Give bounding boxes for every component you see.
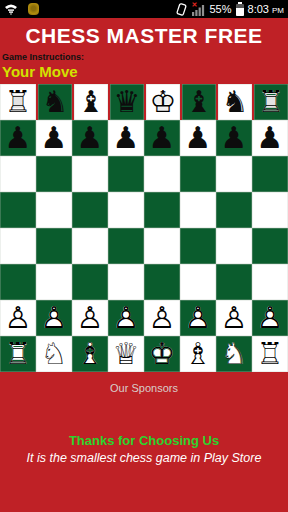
square-h7[interactable]: ♟ xyxy=(252,120,288,156)
black-pawn: ♟ xyxy=(252,120,288,156)
white-pawn: ♟♙ xyxy=(36,300,72,336)
square-g2[interactable]: ♟♙ xyxy=(216,300,252,336)
square-a7[interactable]: ♟ xyxy=(0,120,36,156)
page-title: CHESS MASTER FREE xyxy=(0,18,288,49)
square-e1[interactable]: ♚♔ xyxy=(144,336,180,372)
black-rook: ♜♖ xyxy=(0,84,36,120)
white-rook: ♜♖ xyxy=(0,336,36,372)
black-knight: ♞ xyxy=(38,84,72,120)
square-c5[interactable] xyxy=(72,192,108,228)
status-bar: ✕ 55% 8:03 PM xyxy=(0,0,288,18)
square-b1[interactable]: ♞♘ xyxy=(36,336,72,372)
black-pawn: ♟ xyxy=(180,120,216,156)
square-h3[interactable] xyxy=(252,264,288,300)
black-king: ♚♔ xyxy=(146,84,180,120)
white-knight: ♞♘ xyxy=(216,336,252,372)
square-h1[interactable]: ♜♖ xyxy=(252,336,288,372)
square-b6[interactable] xyxy=(36,156,72,192)
black-bishop: ♝ xyxy=(182,84,216,120)
white-pawn: ♟♙ xyxy=(0,300,36,336)
wifi-icon xyxy=(4,3,18,16)
square-c8[interactable]: ♝ xyxy=(72,84,108,120)
square-a2[interactable]: ♟♙ xyxy=(0,300,36,336)
square-b5[interactable] xyxy=(36,192,72,228)
square-h6[interactable] xyxy=(252,156,288,192)
square-f1[interactable]: ♝♗ xyxy=(180,336,216,372)
square-f5[interactable] xyxy=(180,192,216,228)
square-c4[interactable] xyxy=(72,228,108,264)
black-pawn: ♟ xyxy=(144,120,180,156)
black-rook: ♜♖ xyxy=(254,84,288,120)
chess-board[interactable]: ♜♖♞♝♛♚♔♝♞♜♖♟♟♟♟♟♟♟♟♟♙♟♙♟♙♟♙♟♙♟♙♟♙♟♙♜♖♞♘♝… xyxy=(0,84,288,372)
square-d8[interactable]: ♛ xyxy=(108,84,144,120)
square-f3[interactable] xyxy=(180,264,216,300)
square-c7[interactable]: ♟ xyxy=(72,120,108,156)
square-a5[interactable] xyxy=(0,192,36,228)
square-f4[interactable] xyxy=(180,228,216,264)
square-h4[interactable] xyxy=(252,228,288,264)
square-d5[interactable] xyxy=(108,192,144,228)
square-c3[interactable] xyxy=(72,264,108,300)
square-a3[interactable] xyxy=(0,264,36,300)
white-bishop: ♝♗ xyxy=(180,336,216,372)
black-pawn: ♟ xyxy=(108,120,144,156)
black-pawn: ♟ xyxy=(0,120,36,156)
square-e5[interactable] xyxy=(144,192,180,228)
square-g1[interactable]: ♞♘ xyxy=(216,336,252,372)
square-c1[interactable]: ♝♗ xyxy=(72,336,108,372)
square-g5[interactable] xyxy=(216,192,252,228)
square-d3[interactable] xyxy=(108,264,144,300)
square-b4[interactable] xyxy=(36,228,72,264)
black-knight: ♞ xyxy=(218,84,252,120)
square-a4[interactable] xyxy=(0,228,36,264)
white-bishop: ♝♗ xyxy=(72,336,108,372)
black-pawn: ♟ xyxy=(216,120,252,156)
sponsors-label: Our Sponsors xyxy=(0,381,288,395)
square-g7[interactable]: ♟ xyxy=(216,120,252,156)
black-pawn: ♟ xyxy=(72,120,108,156)
square-d7[interactable]: ♟ xyxy=(108,120,144,156)
square-e3[interactable] xyxy=(144,264,180,300)
square-d1[interactable]: ♛♕ xyxy=(108,336,144,372)
square-a8[interactable]: ♜♖ xyxy=(0,84,36,120)
square-b7[interactable]: ♟ xyxy=(36,120,72,156)
square-e7[interactable]: ♟ xyxy=(144,120,180,156)
square-a1[interactable]: ♜♖ xyxy=(0,336,36,372)
square-g4[interactable] xyxy=(216,228,252,264)
white-king: ♚♔ xyxy=(144,336,180,372)
square-d2[interactable]: ♟♙ xyxy=(108,300,144,336)
square-f8[interactable]: ♝ xyxy=(180,84,216,120)
black-bishop: ♝ xyxy=(74,84,108,120)
white-pawn: ♟♙ xyxy=(144,300,180,336)
gold-notification-icon xyxy=(28,3,39,15)
square-b8[interactable]: ♞ xyxy=(36,84,72,120)
clock: 8:03 PM xyxy=(248,3,284,15)
square-g3[interactable] xyxy=(216,264,252,300)
no-signal-icon: ✕ xyxy=(192,3,205,16)
square-h2[interactable]: ♟♙ xyxy=(252,300,288,336)
square-e6[interactable] xyxy=(144,156,180,192)
thanks-title: Thanks for Choosing Us xyxy=(0,433,288,449)
square-d4[interactable] xyxy=(108,228,144,264)
square-e4[interactable] xyxy=(144,228,180,264)
turn-indicator: Your Move xyxy=(0,62,288,82)
square-h8[interactable]: ♜♖ xyxy=(252,84,288,120)
white-knight: ♞♘ xyxy=(36,336,72,372)
square-f2[interactable]: ♟♙ xyxy=(180,300,216,336)
square-g6[interactable] xyxy=(216,156,252,192)
white-pawn: ♟♙ xyxy=(216,300,252,336)
square-e8[interactable]: ♚♔ xyxy=(144,84,180,120)
square-f6[interactable] xyxy=(180,156,216,192)
square-b3[interactable] xyxy=(36,264,72,300)
white-rook: ♜♖ xyxy=(252,336,288,372)
square-c2[interactable]: ♟♙ xyxy=(72,300,108,336)
black-queen: ♛ xyxy=(110,84,144,120)
game-instructions-label: Game Instructions: xyxy=(0,49,288,62)
thanks-subtitle: It is the smallest chess game in Play St… xyxy=(0,451,288,466)
square-g8[interactable]: ♞ xyxy=(216,84,252,120)
rotate-phone-icon xyxy=(175,3,188,16)
square-d6[interactable] xyxy=(108,156,144,192)
battery-percent: 55% xyxy=(209,3,231,15)
battery-icon xyxy=(236,4,244,16)
square-c6[interactable] xyxy=(72,156,108,192)
square-h5[interactable] xyxy=(252,192,288,228)
square-f7[interactable]: ♟ xyxy=(180,120,216,156)
white-pawn: ♟♙ xyxy=(108,300,144,336)
white-pawn: ♟♙ xyxy=(72,300,108,336)
white-pawn: ♟♙ xyxy=(252,300,288,336)
square-a6[interactable] xyxy=(0,156,36,192)
square-e2[interactable]: ♟♙ xyxy=(144,300,180,336)
square-b2[interactable]: ♟♙ xyxy=(36,300,72,336)
black-pawn: ♟ xyxy=(36,120,72,156)
white-pawn: ♟♙ xyxy=(180,300,216,336)
white-queen: ♛♕ xyxy=(108,336,144,372)
